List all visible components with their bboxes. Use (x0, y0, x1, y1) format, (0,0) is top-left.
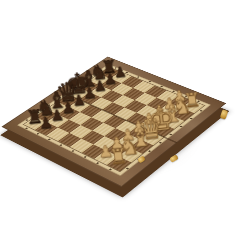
piece-white-pawn-c2: ♟ (113, 126, 144, 145)
piece-white-pawn-b2: ♟ (102, 134, 133, 153)
piece-white-queen-d1: ♛ (135, 113, 167, 144)
piece-white-pawn-a2: ♟ (90, 143, 121, 162)
brass-hinge-icon (220, 109, 228, 119)
chess-set-photo: ♜♞♟♝♟♚♟♛♟♝♟♞♟♟♜♟♟♜♟♟♞♟♝♟♚♟♛♟♝♟♞♜ (0, 0, 235, 235)
piece-white-rook-a1: ♜ (102, 145, 134, 169)
piece-white-pawn-d2: ♟ (124, 118, 154, 136)
piece-white-pawn-e2: ♟ (134, 110, 164, 128)
piece-white-bishop-c1: ♝ (124, 125, 156, 152)
